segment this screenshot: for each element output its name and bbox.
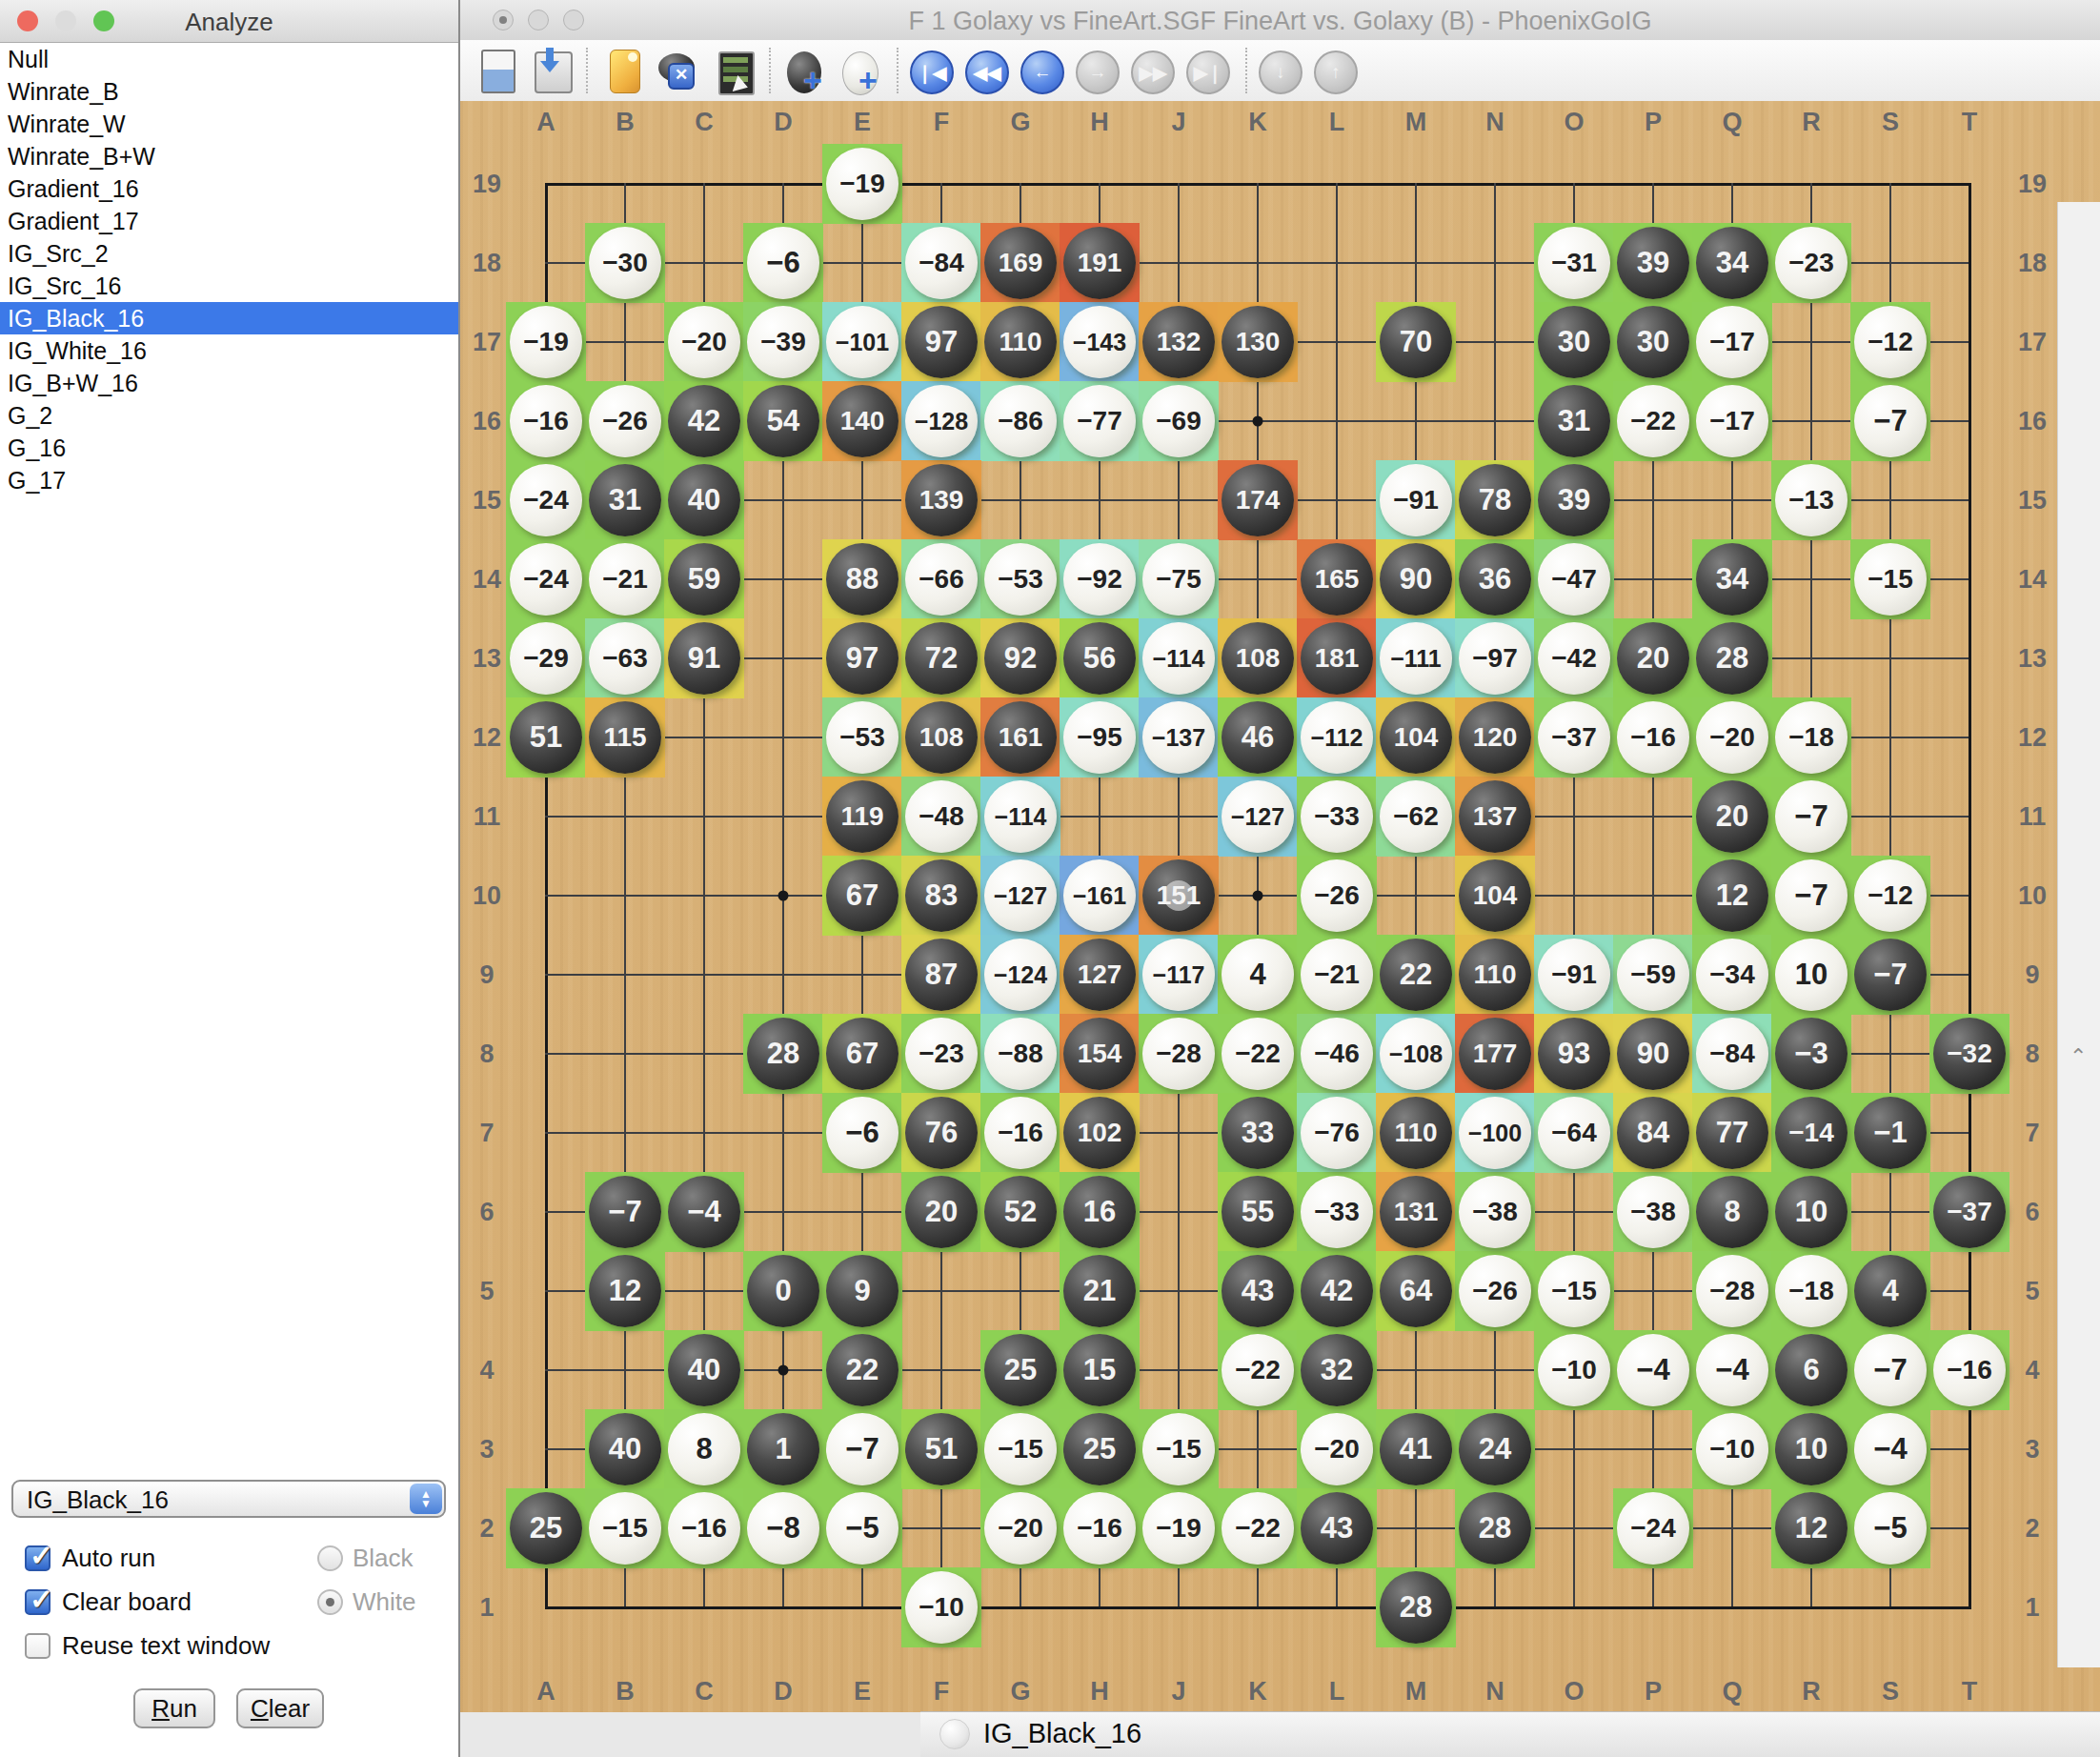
analyze-item-G_17[interactable]: G_17	[0, 464, 458, 496]
step-back-icon[interactable]: ←	[1020, 46, 1070, 95]
stepper-icon[interactable]: ▲▼	[410, 1484, 442, 1514]
white-stone-K4[interactable]: −22	[1222, 1334, 1294, 1406]
black-stone-E14[interactable]: 88	[826, 543, 899, 616]
white-stone-S4[interactable]: −7	[1854, 1334, 1927, 1406]
white-stone-F1[interactable]: −10	[905, 1571, 978, 1644]
col-label-top: G	[1010, 108, 1030, 137]
white-stone-R18[interactable]: −23	[1775, 227, 1848, 299]
black-stone-C16[interactable]: 42	[668, 385, 740, 457]
black-stone-F15[interactable]: 139	[905, 464, 978, 536]
white-stone-O4[interactable]: −10	[1538, 1334, 1610, 1406]
go-to-start-icon[interactable]: ❘◀	[910, 46, 959, 95]
white-stone-G2[interactable]: −20	[984, 1492, 1057, 1565]
white-stone-M8[interactable]: −108	[1380, 1018, 1452, 1090]
black-stone-F12[interactable]: 108	[905, 701, 978, 774]
radio-black[interactable]: Black	[317, 1544, 414, 1573]
run-button[interactable]: Run	[133, 1688, 215, 1728]
white-stone-O12[interactable]: −37	[1538, 701, 1610, 774]
white-stone-A13[interactable]: −29	[510, 622, 582, 695]
white-stone-K9[interactable]: 4	[1222, 939, 1294, 1011]
black-stone-H4[interactable]: 15	[1063, 1334, 1136, 1406]
black-stone-N2[interactable]: 28	[1459, 1492, 1531, 1565]
black-stone-N11[interactable]: 137	[1459, 780, 1531, 853]
black-stone-S5[interactable]: 4	[1854, 1255, 1927, 1327]
black-stone-K13[interactable]: 108	[1222, 622, 1294, 695]
white-stone-G10[interactable]: −127	[984, 859, 1057, 932]
white-stone-P9[interactable]: −59	[1617, 939, 1689, 1011]
white-stone-G8[interactable]: −88	[984, 1018, 1057, 1090]
checkbox-icon[interactable]	[25, 1545, 50, 1571]
black-stone-L2[interactable]: 43	[1301, 1492, 1373, 1565]
black-stone-B12[interactable]: 115	[589, 701, 661, 774]
row-label-right: 11	[2019, 802, 2047, 832]
black-stone-F13[interactable]: 72	[905, 622, 978, 695]
white-stone-Q5[interactable]: −28	[1696, 1255, 1768, 1327]
white-stone-K11[interactable]: −127	[1222, 780, 1294, 853]
white-stone-D18[interactable]: −6	[747, 227, 819, 299]
white-stone-G7[interactable]: −16	[984, 1097, 1057, 1169]
black-stone-G4[interactable]: 25	[984, 1334, 1057, 1406]
checkbox-auto-run[interactable]: Auto run	[25, 1544, 155, 1573]
white-stone-G9[interactable]: −124	[984, 939, 1057, 1011]
black-stone-R7[interactable]: −14	[1775, 1097, 1848, 1169]
white-stone-F11[interactable]: −48	[905, 780, 978, 853]
white-stone-E2[interactable]: −5	[826, 1492, 899, 1565]
white-stone-G14[interactable]: −53	[984, 543, 1057, 616]
step-forward-icon: →	[1076, 46, 1125, 95]
col-label-bottom: Q	[1722, 1677, 1742, 1707]
white-stone-P4[interactable]: −4	[1617, 1334, 1689, 1406]
checkbox-icon[interactable]	[25, 1633, 50, 1659]
star-point	[778, 1365, 789, 1376]
black-stone-M9[interactable]: 22	[1380, 939, 1452, 1011]
white-stone-S14[interactable]: −15	[1854, 543, 1927, 616]
white-stone-J12[interactable]: −137	[1142, 701, 1215, 774]
black-stone-B3[interactable]: 40	[589, 1413, 661, 1485]
analyze-item-IG_Black_16[interactable]: IG_Black_16	[0, 302, 458, 334]
white-stone-G11[interactable]: −114	[984, 780, 1057, 853]
white-stone-Q16[interactable]: −17	[1696, 385, 1768, 457]
black-stone-E10[interactable]: 67	[826, 859, 899, 932]
black-stone-N10[interactable]: 104	[1459, 859, 1531, 932]
black-stone-K12[interactable]: 46	[1222, 701, 1294, 774]
row-label-right: 14	[2018, 565, 2047, 595]
white-stone-L11[interactable]: −33	[1301, 780, 1373, 853]
black-stone-K6[interactable]: 55	[1222, 1176, 1294, 1248]
white-stone-J16[interactable]: −69	[1142, 385, 1215, 457]
white-stone-G16[interactable]: −86	[984, 385, 1057, 457]
black-stone-H9[interactable]: 127	[1063, 939, 1136, 1011]
white-stone-G3[interactable]: −15	[984, 1413, 1057, 1485]
analyze-item-G_16[interactable]: G_16	[0, 432, 458, 464]
radio-white[interactable]: White	[317, 1587, 415, 1617]
row-label-right: 9	[2025, 960, 2039, 990]
black-stone-O15[interactable]: 39	[1538, 464, 1610, 536]
black-stone-M6[interactable]: 131	[1380, 1176, 1452, 1248]
analyze-item-IG_White_16[interactable]: IG_White_16	[0, 334, 458, 367]
white-stone-Q12[interactable]: −20	[1696, 701, 1768, 774]
black-stone-M3[interactable]: 41	[1380, 1413, 1452, 1485]
toolbar-separator	[769, 48, 771, 93]
col-label-bottom: F	[934, 1677, 950, 1707]
black-stone-E13[interactable]: 97	[826, 622, 899, 695]
black-stone-C6[interactable]: −4	[668, 1176, 740, 1248]
white-stone-R10[interactable]: −7	[1775, 859, 1848, 932]
add-white-stone-icon[interactable]: +	[838, 46, 887, 95]
white-stone-H16[interactable]: −77	[1063, 385, 1136, 457]
white-stone-E17[interactable]: −101	[826, 306, 899, 378]
white-stone-Q8[interactable]: −84	[1696, 1018, 1768, 1090]
black-stone-Q10[interactable]: 12	[1696, 859, 1768, 932]
black-stone-F17[interactable]: 97	[905, 306, 978, 378]
black-stone-D8[interactable]: 28	[747, 1018, 819, 1090]
white-stone-F14[interactable]: −66	[905, 543, 978, 616]
white-stone-H12[interactable]: −95	[1063, 701, 1136, 774]
white-stone-H17[interactable]: −143	[1063, 306, 1136, 378]
black-stone-C14[interactable]: 59	[668, 543, 740, 616]
black-stone-H6[interactable]: 16	[1063, 1176, 1136, 1248]
row-label-right: 12	[2018, 723, 2047, 753]
white-stone-L10[interactable]: −26	[1301, 859, 1373, 932]
black-stone-P18[interactable]: 39	[1617, 227, 1689, 299]
white-stone-S17[interactable]: −12	[1854, 306, 1927, 378]
white-stone-L12[interactable]: −112	[1301, 701, 1373, 774]
black-stone-R2[interactable]: 12	[1775, 1492, 1848, 1565]
white-stone-L6[interactable]: −33	[1301, 1176, 1373, 1248]
black-stone-J10[interactable]: 151	[1142, 859, 1215, 932]
col-label-bottom: R	[1802, 1677, 1821, 1707]
black-stone-E4[interactable]: 22	[826, 1334, 899, 1406]
col-label-bottom: D	[774, 1677, 793, 1707]
app: Analyze NullWinrate_BWinrate_WWinrate_B+…	[0, 0, 2100, 1757]
black-stone-H8[interactable]: 154	[1063, 1018, 1136, 1090]
white-stone-E12[interactable]: −53	[826, 701, 899, 774]
black-stone-H7[interactable]: 102	[1063, 1097, 1136, 1169]
white-stone-K2[interactable]: −22	[1222, 1492, 1294, 1565]
black-stone-E16[interactable]: 140	[826, 385, 899, 457]
row-label-right: 2	[2025, 1514, 2039, 1544]
black-stone-H3[interactable]: 25	[1063, 1413, 1136, 1485]
white-stone-F16[interactable]: −128	[905, 385, 978, 457]
white-stone-O13[interactable]: −42	[1538, 622, 1610, 695]
analyze-item-Gradient_16[interactable]: Gradient_16	[0, 172, 458, 205]
white-stone-H14[interactable]: −92	[1063, 543, 1136, 616]
white-stone-Q3[interactable]: −10	[1696, 1413, 1768, 1485]
black-stone-M5[interactable]: 64	[1380, 1255, 1452, 1327]
white-stone-R11[interactable]: −7	[1775, 780, 1848, 853]
status-orb-icon	[939, 1719, 970, 1749]
white-stone-B2[interactable]: −15	[589, 1492, 661, 1565]
black-stone-N12[interactable]: 120	[1459, 701, 1531, 774]
black-stone-E8[interactable]: 67	[826, 1018, 899, 1090]
white-stone-R9[interactable]: 10	[1775, 939, 1848, 1011]
toolbar: ✕++❘◀◀◀←→▶▶▶❘↓↑	[460, 40, 2100, 103]
toolbar-separator	[897, 48, 899, 93]
open-file-icon[interactable]	[472, 46, 521, 95]
row-label-left: 4	[479, 1356, 494, 1385]
black-stone-R6[interactable]: 10	[1775, 1176, 1848, 1248]
white-stone-B16[interactable]: −26	[589, 385, 661, 457]
black-stone-Q18[interactable]: 34	[1696, 227, 1768, 299]
black-stone-E11[interactable]: 119	[826, 780, 899, 853]
white-stone-L3[interactable]: −20	[1301, 1413, 1373, 1485]
white-stone-O14[interactable]: −47	[1538, 543, 1610, 616]
black-stone-M7[interactable]: 110	[1380, 1097, 1452, 1169]
black-stone-O17[interactable]: 30	[1538, 306, 1610, 378]
white-stone-R5[interactable]: −18	[1775, 1255, 1848, 1327]
col-label-bottom: P	[1645, 1677, 1662, 1707]
white-stone-A15[interactable]: −24	[510, 464, 582, 536]
row-label-left: 11	[474, 802, 501, 832]
row-label-right: 1	[2025, 1593, 2039, 1623]
black-stone-F7[interactable]: 76	[905, 1097, 978, 1169]
black-stone-N8[interactable]: 177	[1459, 1018, 1531, 1090]
white-stone-A14[interactable]: −24	[510, 543, 582, 616]
black-stone-Q7[interactable]: 77	[1696, 1097, 1768, 1169]
analyze-item-G_2[interactable]: G_2	[0, 399, 458, 432]
white-stone-S10[interactable]: −12	[1854, 859, 1927, 932]
analyze-item-IG_Src_2[interactable]: IG_Src_2	[0, 237, 458, 270]
white-stone-J3[interactable]: −15	[1142, 1413, 1215, 1485]
white-stone-N7[interactable]: −100	[1459, 1097, 1531, 1169]
white-stone-Q17[interactable]: −17	[1696, 306, 1768, 378]
white-stone-D2[interactable]: −8	[747, 1492, 819, 1565]
board-titlebar: F 1 Golaxy vs FineArt.SGF FineArt vs. Go…	[460, 0, 2100, 41]
black-stone-L5[interactable]: 42	[1301, 1255, 1373, 1327]
black-stone-D3[interactable]: 1	[747, 1413, 819, 1485]
black-stone-R4[interactable]: 6	[1775, 1334, 1848, 1406]
black-stone-P17[interactable]: 30	[1617, 306, 1689, 378]
row-label-left: 13	[473, 644, 501, 674]
black-stone-C15[interactable]: 40	[668, 464, 740, 536]
checkbox-icon[interactable]	[25, 1589, 50, 1615]
black-stone-O8[interactable]: 93	[1538, 1018, 1610, 1090]
star-point	[1253, 891, 1263, 901]
clear-button[interactable]: Clear	[236, 1688, 324, 1728]
white-stone-R12[interactable]: −18	[1775, 701, 1848, 774]
black-stone-G18[interactable]: 169	[984, 227, 1057, 299]
black-stone-P7[interactable]: 84	[1617, 1097, 1689, 1169]
col-label-top: F	[934, 108, 950, 137]
white-stone-E3[interactable]: −7	[826, 1413, 899, 1485]
white-stone-F8[interactable]: −23	[905, 1018, 978, 1090]
white-stone-O18[interactable]: −31	[1538, 227, 1610, 299]
black-stone-K15[interactable]: 174	[1222, 464, 1294, 536]
black-stone-L4[interactable]: 32	[1301, 1334, 1373, 1406]
black-stone-A12[interactable]: 51	[510, 701, 582, 774]
white-stone-C3[interactable]: 8	[668, 1413, 740, 1485]
analyze-item-IG_Src_16[interactable]: IG_Src_16	[0, 270, 458, 302]
black-stone-Q14[interactable]: 34	[1696, 543, 1768, 616]
analyze-item-IG_B+W_16[interactable]: IG_B+W_16	[0, 367, 458, 399]
white-stone-N5[interactable]: −26	[1459, 1255, 1531, 1327]
black-stone-J17[interactable]: 132	[1142, 306, 1215, 378]
white-stone-L7[interactable]: −76	[1301, 1097, 1373, 1169]
board-select-icon[interactable]	[710, 46, 759, 95]
add-black-stone-icon[interactable]: +	[782, 46, 832, 95]
white-stone-Q4[interactable]: −4	[1696, 1334, 1768, 1406]
white-stone-B13[interactable]: −63	[589, 622, 661, 695]
row-label-right: 13	[2018, 644, 2047, 674]
black-stone-F3[interactable]: 51	[905, 1413, 978, 1485]
black-stone-K17[interactable]: 130	[1222, 306, 1294, 378]
white-stone-J2[interactable]: −19	[1142, 1492, 1215, 1565]
white-stone-K8[interactable]: −22	[1222, 1018, 1294, 1090]
black-stone-S9[interactable]: −7	[1854, 939, 1927, 1011]
white-stone-M15[interactable]: −91	[1380, 464, 1452, 536]
white-stone-S3[interactable]: −4	[1854, 1413, 1927, 1485]
black-stone-P13[interactable]: 20	[1617, 622, 1689, 695]
scroll-up-icon[interactable]: ⌃	[2070, 1044, 2087, 1069]
black-stone-A2[interactable]: 25	[510, 1492, 582, 1565]
analyze-item-Winrate_B+W[interactable]: Winrate_B+W	[0, 140, 458, 172]
black-stone-M12[interactable]: 104	[1380, 701, 1452, 774]
black-stone-N14[interactable]: 36	[1459, 543, 1531, 616]
black-stone-C4[interactable]: 40	[668, 1334, 740, 1406]
analysis-select-value: IG_Black_16	[27, 1485, 169, 1515]
white-stone-F18[interactable]: −84	[905, 227, 978, 299]
save-icon[interactable]	[527, 46, 576, 95]
black-stone-F6[interactable]: 20	[905, 1176, 978, 1248]
black-stone-N3[interactable]: 24	[1459, 1413, 1531, 1485]
black-stone-B15[interactable]: 31	[589, 464, 661, 536]
checkbox-clear-board[interactable]: Clear board	[25, 1587, 192, 1617]
white-stone-B14[interactable]: −21	[589, 543, 661, 616]
fast-rewind-icon[interactable]: ◀◀	[965, 46, 1015, 95]
black-stone-H5[interactable]: 21	[1063, 1255, 1136, 1327]
white-stone-B18[interactable]: −30	[589, 227, 661, 299]
white-stone-H10[interactable]: −161	[1063, 859, 1136, 932]
go-to-end-icon: ▶❘	[1186, 46, 1236, 95]
white-stone-O7[interactable]: −64	[1538, 1097, 1610, 1169]
black-stone-G6[interactable]: 52	[984, 1176, 1057, 1248]
white-stone-J9[interactable]: −117	[1142, 939, 1215, 1011]
row-label-right: 19	[2018, 170, 2047, 199]
analysis-select[interactable]: IG_Black_16 ▲▼	[11, 1480, 446, 1518]
black-stone-D5[interactable]: 0	[747, 1255, 819, 1327]
remove-stone-icon[interactable]: ✕	[655, 46, 704, 95]
white-stone-D17[interactable]: −39	[747, 306, 819, 378]
black-stone-C13[interactable]: 91	[668, 622, 740, 695]
row-label-left: 10	[473, 881, 501, 911]
black-stone-D16[interactable]: 54	[747, 385, 819, 457]
black-stone-E5[interactable]: 9	[826, 1255, 899, 1327]
radio-icon[interactable]	[317, 1545, 343, 1571]
black-stone-B6[interactable]: −7	[589, 1176, 661, 1248]
black-stone-O16[interactable]: 31	[1538, 385, 1610, 457]
row-label-left: 17	[473, 328, 501, 357]
col-label-bottom: L	[1329, 1677, 1345, 1707]
black-stone-Q13[interactable]: 28	[1696, 622, 1768, 695]
white-stone-P6[interactable]: −38	[1617, 1176, 1689, 1248]
col-label-top: J	[1171, 108, 1185, 137]
white-stone-M11[interactable]: −62	[1380, 780, 1452, 853]
white-stone-J8[interactable]: −28	[1142, 1018, 1215, 1090]
white-stone-C2[interactable]: −16	[668, 1492, 740, 1565]
analyze-item-Winrate_B[interactable]: Winrate_B	[0, 75, 458, 108]
row-label-left: 12	[473, 723, 501, 753]
col-label-bottom: E	[854, 1677, 871, 1707]
white-stone-J13[interactable]: −114	[1142, 622, 1215, 695]
white-stone-L9[interactable]: −21	[1301, 939, 1373, 1011]
black-stone-N9[interactable]: 110	[1459, 939, 1531, 1011]
white-stone-C17[interactable]: −20	[668, 306, 740, 378]
white-stone-A16[interactable]: −16	[510, 385, 582, 457]
white-stone-S2[interactable]: −5	[1854, 1492, 1927, 1565]
black-stone-T8[interactable]: −32	[1933, 1018, 2006, 1090]
black-stone-M17[interactable]: 70	[1380, 306, 1452, 378]
row-label-left: 2	[479, 1514, 494, 1544]
white-stone-E19[interactable]: −19	[826, 148, 899, 220]
white-stone-P12[interactable]: −16	[1617, 701, 1689, 774]
white-stone-P2[interactable]: −24	[1617, 1492, 1689, 1565]
analyze-item-Gradient_17[interactable]: Gradient_17	[0, 205, 458, 237]
black-stone-G13[interactable]: 92	[984, 622, 1057, 695]
black-stone-H13[interactable]: 56	[1063, 622, 1136, 695]
black-stone-G17[interactable]: 110	[984, 306, 1057, 378]
black-stone-P8[interactable]: 90	[1617, 1018, 1689, 1090]
white-stone-M13[interactable]: −111	[1380, 622, 1452, 695]
scrollbar[interactable]: ⌃	[2057, 202, 2100, 1667]
row-label-right: 8	[2025, 1040, 2039, 1069]
col-label-top: K	[1248, 108, 1267, 137]
analyze-item-Winrate_W[interactable]: Winrate_W	[0, 108, 458, 140]
checkbox-reuse-text-window[interactable]: Reuse text window	[25, 1631, 270, 1661]
white-stone-L8[interactable]: −46	[1301, 1018, 1373, 1090]
white-stone-A17[interactable]: −19	[510, 306, 582, 378]
black-stone-F10[interactable]: 83	[905, 859, 978, 932]
black-stone-K5[interactable]: 43	[1222, 1255, 1294, 1327]
white-stone-H2[interactable]: −16	[1063, 1492, 1136, 1565]
black-stone-G12[interactable]: 161	[984, 701, 1057, 774]
black-stone-M1[interactable]: 28	[1380, 1571, 1452, 1644]
black-stone-B5[interactable]: 12	[589, 1255, 661, 1327]
white-stone-T4[interactable]: −16	[1933, 1334, 2006, 1406]
black-stone-L13[interactable]: 181	[1301, 622, 1373, 695]
white-stone-O5[interactable]: −15	[1538, 1255, 1610, 1327]
black-stone-Q11[interactable]: 20	[1696, 780, 1768, 853]
black-stone-R8[interactable]: −3	[1775, 1018, 1848, 1090]
radio-icon[interactable]	[317, 1589, 343, 1615]
white-stone-S16[interactable]: −7	[1854, 385, 1927, 457]
white-stone-R15[interactable]: −13	[1775, 464, 1848, 536]
white-stone-J14[interactable]: −75	[1142, 543, 1215, 616]
new-board-icon[interactable]	[599, 46, 649, 95]
black-stone-L14[interactable]: 165	[1301, 543, 1373, 616]
black-stone-K7[interactable]: 33	[1222, 1097, 1294, 1169]
black-stone-F9[interactable]: 87	[905, 939, 978, 1011]
black-stone-H18[interactable]: 191	[1063, 227, 1136, 299]
black-stone-T6[interactable]: −37	[1933, 1176, 2006, 1248]
status-text: IG_Black_16	[983, 1718, 1141, 1749]
star-point	[1253, 416, 1263, 427]
black-stone-Q6[interactable]: 8	[1696, 1176, 1768, 1248]
white-stone-N13[interactable]: −97	[1459, 622, 1531, 695]
col-label-top: P	[1645, 108, 1662, 137]
black-stone-N15[interactable]: 78	[1459, 464, 1531, 536]
black-stone-R3[interactable]: 10	[1775, 1413, 1848, 1485]
col-label-top: T	[1962, 108, 1978, 137]
white-stone-P16[interactable]: −22	[1617, 385, 1689, 457]
white-stone-O9[interactable]: −91	[1538, 939, 1610, 1011]
black-stone-S7[interactable]: −1	[1854, 1097, 1927, 1169]
white-stone-E7[interactable]: −6	[826, 1097, 899, 1169]
black-stone-M14[interactable]: 90	[1380, 543, 1452, 616]
white-stone-N6[interactable]: −38	[1459, 1176, 1531, 1248]
row-label-left: 1	[479, 1593, 494, 1623]
white-stone-Q9[interactable]: −34	[1696, 939, 1768, 1011]
analyze-item-Null[interactable]: Null	[0, 43, 458, 75]
